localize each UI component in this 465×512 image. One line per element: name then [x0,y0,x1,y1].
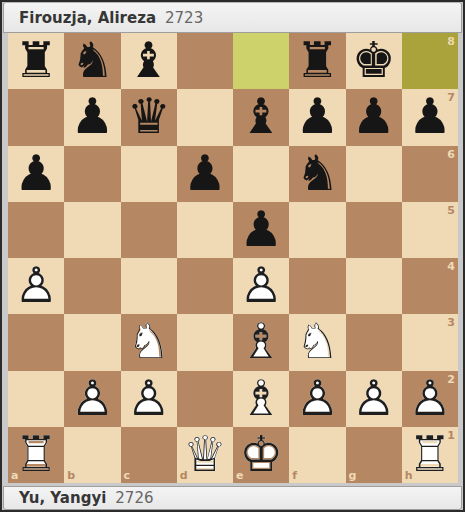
square-g3[interactable] [346,314,402,370]
piece-black-pawn[interactable]: ♟ [64,89,120,145]
top-player-bar: Firouzja, Alireza 2723 [3,2,462,33]
square-e8[interactable] [233,33,289,89]
square-e5[interactable]: ♟ [233,202,289,258]
square-b4[interactable] [64,258,120,314]
square-h3[interactable]: 3 [402,314,458,370]
square-b2[interactable]: ♟♙ [64,371,120,427]
rank-label-5: 5 [447,205,455,216]
square-a5[interactable] [8,202,64,258]
square-f7[interactable]: ♟ [289,89,345,145]
pawn-glyph: ♟ [177,146,233,202]
piece-white-rook[interactable]: ♜♖ [402,427,458,483]
piece-white-pawn[interactable]: ♟♙ [121,371,177,427]
bottom-player-bar: Yu, Yangyi 2726 [3,486,462,510]
piece-white-bishop[interactable]: ♝♗ [233,314,289,370]
piece-black-knight[interactable]: ♞ [64,33,120,89]
square-d2[interactable] [177,371,233,427]
square-h7[interactable]: 7♟ [402,89,458,145]
piece-white-pawn[interactable]: ♟♙ [346,371,402,427]
rook-glyph: ♜ [8,33,64,89]
piece-white-king[interactable]: ♚♔ [233,427,289,483]
bishop-outline-glyph: ♗ [233,314,289,370]
piece-black-pawn[interactable]: ♟ [8,146,64,202]
square-h5[interactable]: 5 [402,202,458,258]
piece-white-rook[interactable]: ♜♖ [8,427,64,483]
king-glyph: ♚ [346,33,402,89]
piece-white-queen[interactable]: ♛♕ [177,427,233,483]
square-a3[interactable] [8,314,64,370]
pawn-glyph: ♟ [346,89,402,145]
bishop-glyph: ♝ [121,33,177,89]
rank-label-3: 3 [447,317,455,328]
square-a8[interactable]: ♜ [8,33,64,89]
square-b1[interactable]: b [64,427,120,483]
square-d8[interactable] [177,33,233,89]
pawn-outline-glyph: ♙ [346,371,402,427]
piece-white-knight[interactable]: ♞♘ [289,314,345,370]
square-c2[interactable]: ♟♙ [121,371,177,427]
square-d3[interactable] [177,314,233,370]
piece-white-pawn[interactable]: ♟♙ [64,371,120,427]
square-c5[interactable] [121,202,177,258]
square-f1[interactable]: f [289,427,345,483]
piece-white-pawn[interactable]: ♟♙ [289,371,345,427]
square-a1[interactable]: a♜♖ [8,427,64,483]
square-f6[interactable]: ♞ [289,146,345,202]
rook-outline-glyph: ♖ [402,427,458,483]
bottom-player-name: Yu, Yangyi [19,489,106,507]
pawn-glyph: ♟ [233,202,289,258]
piece-black-knight[interactable]: ♞ [289,146,345,202]
knight-outline-glyph: ♘ [289,314,345,370]
piece-white-bishop[interactable]: ♝♗ [233,371,289,427]
square-f8[interactable]: ♜ [289,33,345,89]
knight-glyph: ♞ [64,33,120,89]
piece-white-pawn[interactable]: ♟♙ [8,258,64,314]
square-f3[interactable]: ♞♘ [289,314,345,370]
square-b3[interactable] [64,314,120,370]
square-c4[interactable] [121,258,177,314]
square-h4[interactable]: 4 [402,258,458,314]
pawn-outline-glyph: ♙ [233,258,289,314]
king-outline-glyph: ♔ [233,427,289,483]
knight-glyph: ♞ [289,146,345,202]
square-c3[interactable]: ♞♘ [121,314,177,370]
piece-white-knight[interactable]: ♞♘ [121,314,177,370]
square-g4[interactable] [346,258,402,314]
piece-black-rook[interactable]: ♜ [289,33,345,89]
square-c1[interactable]: c [121,427,177,483]
piece-white-pawn[interactable]: ♟♙ [402,371,458,427]
square-g7[interactable]: ♟ [346,89,402,145]
pawn-outline-glyph: ♙ [121,371,177,427]
square-b8[interactable]: ♞ [64,33,120,89]
square-h8[interactable]: 8 [402,33,458,89]
square-b6[interactable] [64,146,120,202]
piece-black-pawn[interactable]: ♟ [233,202,289,258]
square-e4[interactable]: ♟♙ [233,258,289,314]
piece-white-pawn[interactable]: ♟♙ [233,258,289,314]
square-f4[interactable] [289,258,345,314]
square-e2[interactable]: ♝♗ [233,371,289,427]
square-g8[interactable]: ♚ [346,33,402,89]
square-d7[interactable] [177,89,233,145]
square-c7[interactable]: ♛ [121,89,177,145]
square-d4[interactable] [177,258,233,314]
bishop-outline-glyph: ♗ [233,371,289,427]
square-f5[interactable] [289,202,345,258]
square-b7[interactable]: ♟ [64,89,120,145]
file-label-c: c [124,470,131,481]
square-d6[interactable]: ♟ [177,146,233,202]
pawn-outline-glyph: ♙ [64,371,120,427]
square-a6[interactable]: ♟ [8,146,64,202]
square-e6[interactable] [233,146,289,202]
pawn-outline-glyph: ♙ [402,371,458,427]
square-b5[interactable] [64,202,120,258]
square-h2[interactable]: 2♟♙ [402,371,458,427]
pawn-glyph: ♟ [8,146,64,202]
piece-black-pawn[interactable]: ♟ [177,146,233,202]
square-g1[interactable]: g [346,427,402,483]
square-c8[interactable]: ♝ [121,33,177,89]
square-g2[interactable]: ♟♙ [346,371,402,427]
rank-label-4: 4 [447,261,455,272]
rook-outline-glyph: ♖ [8,427,64,483]
square-f2[interactable]: ♟♙ [289,371,345,427]
square-g5[interactable] [346,202,402,258]
piece-black-queen[interactable]: ♛ [121,89,177,145]
rank-label-6: 6 [447,149,455,160]
square-d5[interactable] [177,202,233,258]
square-a4[interactable]: ♟♙ [8,258,64,314]
file-label-f: f [292,470,297,481]
square-c6[interactable] [121,146,177,202]
piece-black-pawn[interactable]: ♟ [346,89,402,145]
piece-black-pawn[interactable]: ♟ [289,89,345,145]
square-a7[interactable] [8,89,64,145]
square-d1[interactable]: d♛♕ [177,427,233,483]
pawn-outline-glyph: ♙ [8,258,64,314]
square-h6[interactable]: 6 [402,146,458,202]
top-player-rating: 2723 [165,9,203,27]
queen-glyph: ♛ [121,89,177,145]
piece-black-rook[interactable]: ♜ [8,33,64,89]
rank-label-8: 8 [447,36,455,47]
file-label-g: g [349,470,357,481]
square-a2[interactable] [8,371,64,427]
piece-black-pawn[interactable]: ♟ [402,89,458,145]
pawn-outline-glyph: ♙ [289,371,345,427]
square-e1[interactable]: e♚♔ [233,427,289,483]
top-player-name: Firouzja, Alireza [19,9,156,27]
chess-app-window: Firouzja, Alireza 2723 ♜♞♝♜♚8♟♛♝♟♟7♟♟♟♞6… [0,0,465,512]
file-label-b: b [67,470,75,481]
piece-black-king[interactable]: ♚ [346,33,402,89]
piece-black-bishop[interactable]: ♝ [121,33,177,89]
pawn-glyph: ♟ [289,89,345,145]
pawn-glyph: ♟ [64,89,120,145]
square-g6[interactable] [346,146,402,202]
chess-board: ♜♞♝♜♚8♟♛♝♟♟7♟♟♟♞6♟5♟♙♟♙4♞♘♝♗♞♘3♟♙♟♙♝♗♟♙♟… [8,33,458,483]
bottom-player-rating: 2726 [115,489,153,507]
square-h1[interactable]: 1h♜♖ [402,427,458,483]
square-e7[interactable]: ♝ [233,89,289,145]
queen-outline-glyph: ♕ [177,427,233,483]
square-e3[interactable]: ♝♗ [233,314,289,370]
pawn-glyph: ♟ [402,89,458,145]
piece-black-bishop[interactable]: ♝ [233,89,289,145]
bishop-glyph: ♝ [233,89,289,145]
knight-outline-glyph: ♘ [121,314,177,370]
rook-glyph: ♜ [289,33,345,89]
